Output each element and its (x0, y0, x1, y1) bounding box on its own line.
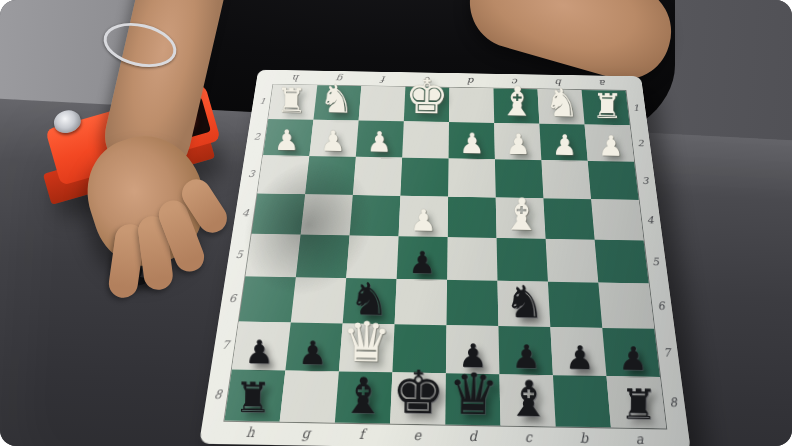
file-label: f (362, 73, 406, 85)
file-label: d (449, 74, 493, 86)
board-scene: hgfedcba 12345678 12345678 hgfedcba ♜♞♚♝… (199, 4, 691, 446)
file-label: a (611, 431, 669, 446)
white-rook-h1: ♜ (276, 85, 307, 118)
white-pawn-a2: ♟ (598, 132, 624, 159)
square-c4: ♝ (496, 197, 546, 238)
square-c7: ♟ (498, 326, 553, 375)
square-e8: ♚ (390, 372, 446, 424)
square-h3 (257, 155, 309, 194)
square-b4 (543, 198, 594, 239)
square-c1: ♝ (493, 88, 539, 123)
square-e1: ♚ (404, 87, 450, 122)
white-knight-b1: ♞ (544, 85, 579, 122)
square-g4 (301, 194, 353, 235)
square-h2: ♟ (263, 119, 313, 156)
black-pawn-c7: ♟ (512, 341, 542, 372)
black-pawn-b7: ♟ (565, 342, 595, 373)
file-label: e (405, 74, 449, 86)
square-f4 (350, 195, 401, 236)
square-g2: ♟ (309, 120, 358, 157)
square-h6 (239, 276, 296, 322)
square-d2: ♟ (449, 122, 495, 159)
square-b8 (553, 375, 611, 427)
clock-button (51, 107, 83, 136)
square-d3 (448, 158, 496, 197)
white-bishop-c1: ♝ (499, 83, 536, 122)
rank-label: 6 (651, 283, 672, 329)
white-pawn-f2: ♟ (367, 128, 393, 155)
square-f2: ♟ (356, 121, 404, 158)
file-label: b (556, 430, 613, 446)
square-h4 (252, 193, 306, 234)
square-c8: ♝ (499, 374, 555, 426)
square-d4 (448, 197, 497, 238)
square-g7: ♟ (285, 322, 342, 371)
square-g1: ♞ (313, 85, 361, 120)
rank-label: 5 (645, 241, 666, 284)
square-e5: ♟ (397, 236, 448, 280)
white-pawn-c2: ♟ (505, 130, 531, 157)
white-bishop-c4: ♝ (501, 194, 541, 236)
square-a4 (591, 199, 644, 240)
square-h7: ♟ (232, 322, 291, 371)
square-e2 (402, 121, 449, 158)
board-grid: ♜♞♚♝♞♜♟♟♟♟♟♟♟♟♝♟♞♞♟♟♛♟♟♟♟♜♝♚♛♝♜ (224, 85, 666, 429)
square-d5 (447, 237, 497, 281)
square-g5 (296, 235, 350, 279)
black-pawn-h7: ♟ (244, 336, 274, 367)
square-b5 (546, 239, 599, 283)
file-label: h (274, 71, 319, 83)
square-f1 (359, 86, 406, 121)
square-b3 (541, 160, 591, 199)
square-g3 (305, 156, 356, 195)
file-label: a (580, 77, 625, 89)
file-label: e (389, 427, 445, 446)
white-pawn-e4: ♟ (410, 206, 437, 235)
video-frame: 00 hgfedcba 12345678 12345678 hgfedcba ♜… (0, 0, 792, 446)
file-label: b (537, 76, 582, 88)
square-g6 (291, 277, 346, 323)
white-pawn-h2: ♟ (274, 126, 300, 153)
square-d1 (449, 88, 494, 123)
chess-board: hgfedcba 12345678 12345678 hgfedcba ♜♞♚♝… (199, 70, 691, 446)
square-f3 (353, 157, 402, 196)
black-knight-c6: ♞ (504, 281, 545, 324)
white-knight-g1: ♞ (319, 81, 354, 118)
black-rook-a8: ♜ (620, 385, 658, 425)
square-h8: ♜ (224, 370, 285, 422)
white-pawn-g2: ♟ (320, 127, 346, 154)
rank-label: 1 (627, 91, 645, 126)
black-rook-h8: ♜ (234, 378, 272, 418)
file-label: h (221, 424, 279, 443)
square-a5 (595, 240, 649, 284)
square-b7: ♟ (550, 327, 606, 376)
black-bishop-c8: ♝ (506, 376, 551, 424)
file-label: f (333, 426, 390, 445)
black-pawn-e5: ♟ (408, 248, 436, 278)
square-h5 (245, 234, 300, 278)
file-label: c (493, 75, 537, 87)
square-c6: ♞ (497, 281, 550, 327)
black-pawn-a7: ♟ (618, 343, 648, 374)
file-label: c (501, 429, 557, 446)
square-b6 (548, 282, 602, 328)
square-d6 (447, 280, 499, 326)
square-g8 (280, 370, 339, 422)
square-f7: ♛ (339, 323, 395, 372)
square-f8: ♝ (335, 371, 393, 423)
square-b1: ♞ (538, 89, 585, 124)
rank-label: 7 (656, 329, 678, 378)
black-king-e8: ♚ (391, 364, 445, 421)
rank-label: 4 (640, 200, 660, 241)
square-d8: ♛ (445, 373, 500, 425)
white-rook-a1: ♜ (592, 90, 623, 123)
file-label: g (318, 72, 363, 84)
black-pawn-g7: ♟ (298, 337, 328, 368)
black-bishop-f8: ♝ (341, 373, 386, 421)
square-a6 (598, 283, 654, 329)
white-pawn-d2: ♟ (459, 130, 485, 157)
square-a2: ♟ (585, 124, 635, 161)
file-label: d (445, 428, 501, 446)
square-h1: ♜ (268, 85, 317, 120)
square-e3 (400, 158, 448, 197)
square-b2: ♟ (539, 124, 587, 161)
square-a8: ♜ (606, 376, 666, 428)
square-e6 (395, 279, 447, 325)
rank-label: 2 (631, 125, 649, 162)
square-a1: ♜ (582, 90, 630, 125)
black-queen-d8: ♛ (447, 367, 499, 422)
square-e4: ♟ (399, 196, 448, 237)
square-a3 (588, 161, 639, 200)
white-queen-f7: ♛ (341, 316, 392, 369)
square-c2: ♟ (494, 123, 541, 160)
white-pawn-b2: ♟ (552, 131, 578, 158)
square-a7: ♟ (602, 328, 660, 377)
file-label: g (277, 425, 334, 444)
rank-label: 3 (636, 162, 655, 201)
